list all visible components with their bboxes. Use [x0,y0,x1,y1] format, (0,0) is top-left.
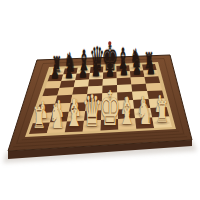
piece-ground-shadow [103,68,117,72]
piece-f7-black-pawn: ♟ [119,59,128,78]
piece-c8-black-bishop: ♝ [77,47,90,75]
piece-b8-black-knight: ♞ [64,50,76,76]
piece-ground-shadow [135,121,153,126]
piece-b7-black-pawn: ♟ [65,62,74,81]
piece-ground-shadow [84,114,102,119]
piece-ground-shadow [103,74,117,78]
piece-a7-black-pawn: ♟ [51,62,60,81]
piece-e1-white-king: ♚ [98,86,120,133]
piece-g1-white-knight: ♞ [136,95,152,129]
chess-set-photo: ♜♞♝♛♚♝♞♜♟♟♟♟♟♟♟♟♟♟♟♟♟♟♟♟♜♞♝♛♚♝♞♜ [0,0,200,200]
piece-ground-shadow [116,67,130,71]
piece-ground-shadow [100,123,118,128]
piece-e2-white-pawn: ♟ [104,96,115,119]
piece-d2-white-pawn: ♟ [87,96,98,119]
piece-ground-shadow [118,112,136,117]
black-king-finial [108,42,112,46]
piece-e7-black-pawn: ♟ [105,60,114,79]
piece-ground-shadow [118,122,136,127]
piece-ground-shadow [90,68,104,72]
piece-f8-black-bishop: ♝ [116,45,129,73]
piece-ground-shadow [67,114,85,119]
piece-ground-shadow [64,70,78,74]
piece-b2-white-pawn: ♟ [54,98,65,121]
piece-ground-shadow [142,66,156,70]
piece-ground-shadow [75,75,89,79]
pieces-layer: ♜♞♝♛♚♝♞♜♟♟♟♟♟♟♟♟♟♟♟♟♟♟♟♟♜♞♝♛♚♝♞♜ [0,0,200,200]
piece-ground-shadow [151,110,169,115]
piece-ground-shadow [50,70,64,74]
piece-ground-shadow [30,126,48,131]
piece-h2-white-pawn: ♟ [154,93,165,116]
piece-e8-black-king: ♚ [102,40,119,75]
piece-ground-shadow [89,74,103,78]
piece-g2-white-pawn: ♟ [138,94,149,117]
piece-ground-shadow [48,125,66,130]
piece-b1-white-knight: ♞ [49,99,65,134]
piece-h8-black-rook: ♜ [144,49,154,71]
piece-c2-white-pawn: ♟ [71,97,82,120]
piece-ground-shadow [129,66,143,70]
piece-h7-black-pawn: ♟ [146,58,155,77]
piece-ground-shadow [48,76,62,80]
piece-f1-white-bishop: ♝ [118,93,136,131]
piece-ground-shadow [83,124,101,129]
piece-a1-white-rook: ♜ [33,104,47,133]
piece-d1-white-queen: ♛ [82,90,102,133]
piece-ground-shadow [116,73,130,77]
piece-f2-white-pawn: ♟ [121,95,132,118]
piece-ground-shadow [144,72,158,76]
piece-c1-white-bishop: ♝ [66,95,84,133]
piece-g7-black-pawn: ♟ [133,58,142,77]
piece-a8-black-rook: ♜ [52,54,62,76]
piece-d8-black-queen: ♛ [89,43,104,76]
piece-ground-shadow [34,116,52,121]
piece-ground-shadow [101,113,119,118]
piece-c7-black-pawn: ♟ [78,61,87,80]
piece-ground-shadow [51,115,69,120]
piece-ground-shadow [62,76,76,80]
piece-ground-shadow [65,125,83,130]
piece-ground-shadow [77,69,91,73]
piece-ground-shadow [130,72,144,76]
piece-a2-white-pawn: ♟ [37,99,48,122]
piece-g8-black-knight: ♞ [130,47,142,73]
piece-d7-black-pawn: ♟ [92,60,101,79]
piece-ground-shadow [134,111,152,116]
piece-h1-white-rook: ♜ [155,98,169,127]
piece-ground-shadow [153,120,171,125]
